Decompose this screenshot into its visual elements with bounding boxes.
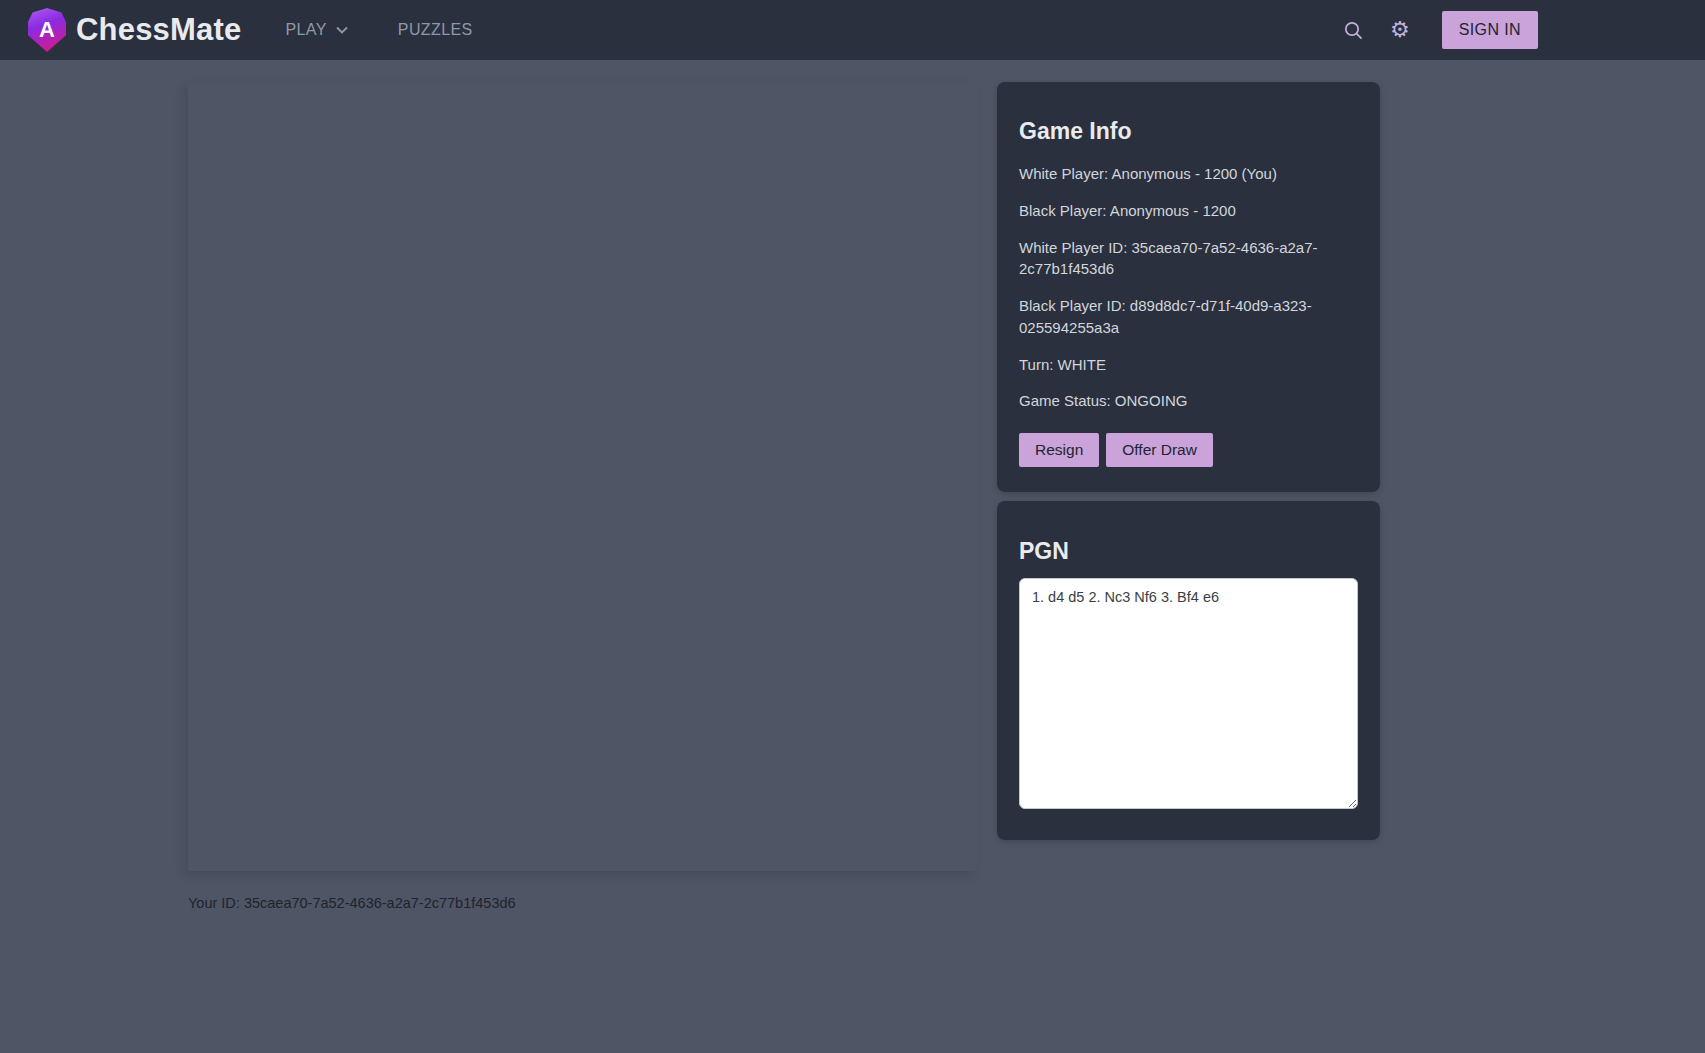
white-player-line: White Player: Anonymous - 1200 (You) — [1019, 163, 1358, 185]
right-column: Game Info White Player: Anonymous - 1200… — [997, 82, 1380, 840]
pgn-panel: PGN — [997, 501, 1380, 840]
game-status-line: Game Status: ONGOING — [1019, 390, 1358, 412]
chevron-down-icon — [336, 26, 348, 34]
pgn-title: PGN — [1019, 538, 1358, 565]
brand-title: ChessMate — [76, 12, 241, 48]
navbar: A ChessMate PLAY PUZZLES ⚙ SIGN IN — [0, 0, 1705, 60]
board-area — [188, 82, 977, 871]
white-player-id-line: White Player ID: 35caea70-7a52-4636-a2a7… — [1019, 237, 1358, 281]
game-actions: Resign Offer Draw — [1019, 433, 1358, 467]
resign-button[interactable]: Resign — [1019, 433, 1099, 467]
offer-draw-button[interactable]: Offer Draw — [1106, 433, 1213, 467]
navbar-right: ⚙ SIGN IN — [1343, 11, 1705, 49]
nav-puzzles-label: PUZZLES — [398, 21, 473, 39]
brand-home-link[interactable]: A ChessMate — [28, 8, 241, 52]
black-player-line: Black Player: Anonymous - 1200 — [1019, 200, 1358, 222]
nav-play-label: PLAY — [285, 21, 326, 39]
pgn-textarea[interactable] — [1019, 578, 1358, 809]
nav-item-puzzles[interactable]: PUZZLES — [398, 21, 473, 39]
nav-item-play[interactable]: PLAY — [285, 21, 347, 39]
black-player-id-line: Black Player ID: d89d8dc7-d71f-40d9-a323… — [1019, 295, 1358, 339]
game-info-panel: Game Info White Player: Anonymous - 1200… — [997, 82, 1380, 492]
settings-gear-icon[interactable]: ⚙ — [1390, 19, 1410, 41]
your-id-text: Your ID: 35caea70-7a52-4636-a2a7-2c77b1f… — [188, 895, 516, 911]
chessmate-logo-icon: A — [28, 8, 66, 52]
game-info-title: Game Info — [1019, 118, 1358, 145]
nav-links: PLAY PUZZLES — [285, 21, 472, 39]
sign-in-button[interactable]: SIGN IN — [1442, 11, 1538, 49]
chess-board — [188, 82, 977, 871]
logo-letter: A — [39, 17, 55, 43]
turn-line: Turn: WHITE — [1019, 354, 1358, 376]
search-icon[interactable] — [1343, 20, 1364, 41]
